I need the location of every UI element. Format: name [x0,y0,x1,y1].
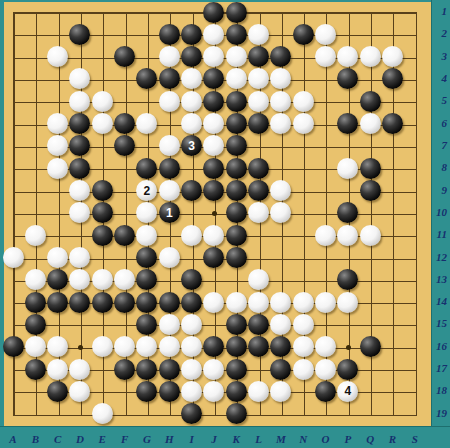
black-stone[interactable] [203,2,224,23]
black-stone[interactable] [226,359,247,380]
black-stone[interactable] [293,24,314,45]
white-stone[interactable] [203,359,224,380]
white-stone[interactable] [293,113,314,134]
black-stone[interactable] [25,292,46,313]
black-stone[interactable] [226,91,247,112]
row-label: 1 [442,5,448,17]
black-stone[interactable] [226,336,247,357]
row-label: 18 [436,385,447,397]
black-stone[interactable] [226,2,247,23]
white-stone[interactable] [203,225,224,246]
black-stone[interactable] [25,314,46,335]
white-stone[interactable] [181,314,202,335]
white-stone[interactable] [159,91,180,112]
white-stone[interactable] [181,381,202,402]
black-stone[interactable] [92,202,113,223]
white-stone[interactable] [315,46,336,67]
white-stone[interactable] [159,135,180,156]
column-label: E [99,433,106,445]
white-stone[interactable] [181,91,202,112]
white-stone[interactable] [315,24,336,45]
white-stone[interactable] [360,113,381,134]
white-stone[interactable] [248,91,269,112]
black-stone[interactable] [181,24,202,45]
white-stone[interactable] [293,336,314,357]
black-stone[interactable] [159,381,180,402]
black-stone[interactable] [248,113,269,134]
white-stone[interactable] [248,381,269,402]
black-stone[interactable] [337,359,358,380]
row-label: 3 [442,50,448,62]
black-stone[interactable] [248,46,269,67]
white-stone[interactable] [159,314,180,335]
white-stone[interactable] [293,359,314,380]
row-label: 15 [436,318,447,330]
row-label: 8 [442,162,448,174]
white-stone[interactable] [226,46,247,67]
black-stone[interactable] [181,292,202,313]
white-stone[interactable] [25,336,46,357]
white-stone[interactable] [293,91,314,112]
row-coordinate-strip: 12345678910111213141516171819 [431,0,450,448]
black-stone[interactable] [226,403,247,424]
white-stone[interactable] [248,24,269,45]
column-label: F [121,433,128,445]
black-stone[interactable] [136,292,157,313]
black-stone[interactable] [3,336,24,357]
white-stone[interactable] [181,359,202,380]
white-stone[interactable] [92,113,113,134]
column-label: H [165,433,174,445]
column-label: S [412,433,418,445]
white-stone[interactable] [382,46,403,67]
row-label: 9 [442,184,448,196]
go-board-screenshot: 3214 12345678910111213141516171819 ABCDE… [0,0,450,448]
column-label: A [9,433,16,445]
row-label: 14 [436,296,447,308]
column-label: K [233,433,240,445]
row-label: 11 [437,229,447,241]
white-stone[interactable] [92,91,113,112]
black-stone[interactable] [114,292,135,313]
white-stone[interactable] [3,247,24,268]
black-stone[interactable] [360,91,381,112]
black-stone[interactable] [382,113,403,134]
black-stone[interactable] [47,381,68,402]
black-stone[interactable] [248,158,269,179]
column-label: C [54,433,61,445]
star-point [78,345,83,350]
white-stone[interactable] [337,158,358,179]
black-stone[interactable] [226,381,247,402]
numbered-move-stone[interactable]: 1 [159,202,180,223]
black-stone[interactable] [47,292,68,313]
row-label: 4 [442,72,448,84]
black-stone[interactable] [226,225,247,246]
white-stone[interactable] [25,225,46,246]
black-stone[interactable] [226,180,247,201]
black-stone[interactable] [92,225,113,246]
white-stone[interactable] [47,247,68,268]
black-stone[interactable] [136,359,157,380]
black-stone[interactable] [226,247,247,268]
white-stone[interactable] [159,46,180,67]
black-stone[interactable] [360,336,381,357]
white-stone[interactable] [47,158,68,179]
black-stone[interactable] [114,359,135,380]
black-stone[interactable] [159,359,180,380]
black-stone[interactable] [360,180,381,201]
white-stone[interactable] [92,269,113,290]
white-stone[interactable] [248,292,269,313]
black-stone[interactable] [159,24,180,45]
column-label: P [344,433,351,445]
white-stone[interactable] [360,46,381,67]
black-stone[interactable] [226,202,247,223]
white-stone[interactable] [226,68,247,89]
column-label: D [76,433,84,445]
white-stone[interactable] [47,359,68,380]
column-coordinate-strip: ABCDEFGHIJKLMNOPQRS [0,426,450,448]
black-stone[interactable] [92,292,113,313]
white-stone[interactable] [337,292,358,313]
black-stone[interactable] [92,180,113,201]
white-stone[interactable] [92,403,113,424]
white-stone[interactable] [270,91,291,112]
black-stone[interactable] [136,158,157,179]
star-point [346,345,351,350]
white-stone[interactable] [69,359,90,380]
black-stone[interactable] [69,292,90,313]
column-label: B [32,433,39,445]
white-stone[interactable] [337,225,358,246]
column-label: I [189,433,193,445]
star-point [212,211,217,216]
black-stone[interactable] [181,180,202,201]
black-stone[interactable] [226,135,247,156]
row-label: 10 [436,206,447,218]
white-stone[interactable] [293,314,314,335]
black-stone[interactable] [159,292,180,313]
black-stone[interactable] [226,158,247,179]
white-stone[interactable] [159,247,180,268]
black-stone[interactable] [248,180,269,201]
black-stone[interactable] [203,158,224,179]
black-stone[interactable] [159,158,180,179]
row-label: 17 [436,363,447,375]
black-stone[interactable] [226,314,247,335]
white-stone[interactable] [315,225,336,246]
white-stone[interactable] [136,225,157,246]
column-label: Q [366,433,374,445]
column-label: L [255,433,262,445]
row-label: 13 [436,273,447,285]
column-label: N [299,433,307,445]
black-stone[interactable] [226,24,247,45]
white-stone[interactable] [159,336,180,357]
row-label: 6 [442,117,448,129]
white-stone[interactable] [159,180,180,201]
black-stone[interactable] [315,381,336,402]
black-stone[interactable] [270,359,291,380]
white-stone[interactable] [226,292,247,313]
black-stone[interactable] [181,403,202,424]
white-stone[interactable] [181,225,202,246]
white-stone[interactable] [315,292,336,313]
row-label: 2 [442,28,448,40]
row-label: 7 [442,139,448,151]
column-label: M [276,433,286,445]
black-stone[interactable] [248,314,269,335]
goban[interactable]: 3214 [4,2,432,427]
black-stone[interactable] [203,91,224,112]
white-stone[interactable] [203,292,224,313]
black-stone[interactable] [25,359,46,380]
white-stone[interactable] [315,359,336,380]
white-stone[interactable] [270,292,291,313]
white-stone[interactable] [360,225,381,246]
row-label: 5 [442,95,448,107]
white-stone[interactable] [92,336,113,357]
column-label: J [211,433,217,445]
column-label: O [321,433,329,445]
column-label: G [143,433,151,445]
black-stone[interactable] [360,158,381,179]
black-stone[interactable] [226,113,247,134]
column-label: R [389,433,396,445]
row-label: 12 [436,251,447,263]
white-stone[interactable] [181,113,202,134]
white-stone[interactable] [25,269,46,290]
row-label: 19 [436,407,447,419]
black-stone[interactable] [114,225,135,246]
white-stone[interactable] [293,292,314,313]
row-label: 16 [436,340,447,352]
